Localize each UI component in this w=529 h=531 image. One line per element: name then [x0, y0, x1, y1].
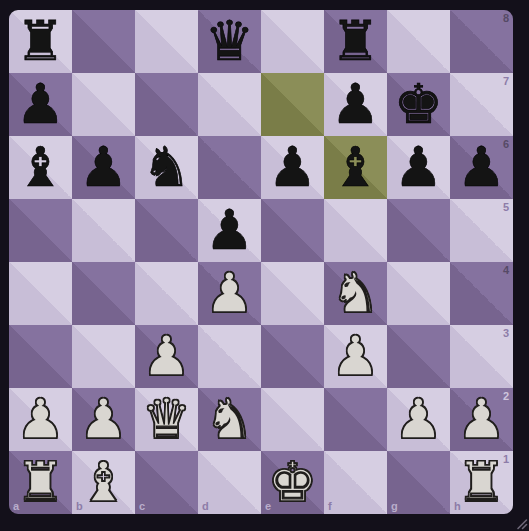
square-a1[interactable]: ♜a [9, 451, 72, 514]
file-label-a: a [13, 500, 19, 512]
square-h3[interactable]: 3 [450, 325, 513, 388]
rank-label-2: 2 [503, 390, 509, 402]
piece-black-bishop[interactable]: ♝ [324, 136, 387, 199]
square-e5[interactable] [261, 199, 324, 262]
square-b8[interactable] [72, 10, 135, 73]
square-f3[interactable]: ♟ [324, 325, 387, 388]
square-d6[interactable] [198, 136, 261, 199]
square-b1[interactable]: ♝b [72, 451, 135, 514]
rank-label-8: 8 [503, 12, 509, 24]
square-a4[interactable] [9, 262, 72, 325]
square-f5[interactable] [324, 199, 387, 262]
square-h1[interactable]: ♜1h [450, 451, 513, 514]
square-c6[interactable]: ♞ [135, 136, 198, 199]
square-e2[interactable] [261, 388, 324, 451]
piece-white-pawn[interactable]: ♟ [387, 388, 450, 451]
square-e7[interactable] [261, 73, 324, 136]
square-b4[interactable] [72, 262, 135, 325]
square-d7[interactable] [198, 73, 261, 136]
piece-black-queen[interactable]: ♛ [198, 10, 261, 73]
piece-white-knight[interactable]: ♞ [198, 388, 261, 451]
square-e4[interactable] [261, 262, 324, 325]
square-h8[interactable]: 8 [450, 10, 513, 73]
square-g8[interactable] [387, 10, 450, 73]
square-a2[interactable]: ♟ [9, 388, 72, 451]
piece-black-rook[interactable]: ♜ [9, 10, 72, 73]
rank-label-4: 4 [503, 264, 509, 276]
square-d1[interactable]: d [198, 451, 261, 514]
square-h4[interactable]: 4 [450, 262, 513, 325]
file-label-d: d [202, 500, 209, 512]
piece-black-pawn[interactable]: ♟ [387, 136, 450, 199]
square-a3[interactable] [9, 325, 72, 388]
square-a8[interactable]: ♜ [9, 10, 72, 73]
square-f2[interactable] [324, 388, 387, 451]
square-g5[interactable] [387, 199, 450, 262]
piece-black-rook[interactable]: ♜ [324, 10, 387, 73]
square-h2[interactable]: ♟2 [450, 388, 513, 451]
piece-black-knight[interactable]: ♞ [135, 136, 198, 199]
square-h7[interactable]: 7 [450, 73, 513, 136]
piece-white-pawn[interactable]: ♟ [72, 388, 135, 451]
square-g3[interactable] [387, 325, 450, 388]
piece-white-queen[interactable]: ♛ [135, 388, 198, 451]
piece-white-pawn[interactable]: ♟ [135, 325, 198, 388]
piece-white-pawn[interactable]: ♟ [324, 325, 387, 388]
piece-black-pawn[interactable]: ♟ [9, 73, 72, 136]
square-b3[interactable] [72, 325, 135, 388]
file-label-b: b [76, 500, 83, 512]
square-h6[interactable]: ♟6 [450, 136, 513, 199]
square-g4[interactable] [387, 262, 450, 325]
square-d4[interactable]: ♟ [198, 262, 261, 325]
square-e3[interactable] [261, 325, 324, 388]
square-f1[interactable]: f [324, 451, 387, 514]
file-label-e: e [265, 500, 271, 512]
rank-label-1: 1 [503, 453, 509, 465]
rank-label-5: 5 [503, 201, 509, 213]
square-g7[interactable]: ♚ [387, 73, 450, 136]
rank-label-7: 7 [503, 75, 509, 87]
square-c1[interactable]: c [135, 451, 198, 514]
square-b7[interactable] [72, 73, 135, 136]
square-c4[interactable] [135, 262, 198, 325]
piece-black-pawn[interactable]: ♟ [198, 199, 261, 262]
square-f7[interactable]: ♟ [324, 73, 387, 136]
square-e6[interactable]: ♟ [261, 136, 324, 199]
square-b5[interactable] [72, 199, 135, 262]
square-f8[interactable]: ♜ [324, 10, 387, 73]
square-g1[interactable]: g [387, 451, 450, 514]
square-e1[interactable]: ♚e [261, 451, 324, 514]
board-resize-handle[interactable] [514, 516, 528, 530]
piece-black-king[interactable]: ♚ [387, 73, 450, 136]
square-b2[interactable]: ♟ [72, 388, 135, 451]
square-e8[interactable] [261, 10, 324, 73]
square-a7[interactable]: ♟ [9, 73, 72, 136]
piece-black-pawn[interactable]: ♟ [261, 136, 324, 199]
square-c8[interactable] [135, 10, 198, 73]
piece-black-bishop[interactable]: ♝ [9, 136, 72, 199]
piece-black-pawn[interactable]: ♟ [324, 73, 387, 136]
square-b6[interactable]: ♟ [72, 136, 135, 199]
square-g6[interactable]: ♟ [387, 136, 450, 199]
rank-label-6: 6 [503, 138, 509, 150]
file-label-f: f [328, 500, 332, 512]
square-c3[interactable]: ♟ [135, 325, 198, 388]
square-c7[interactable] [135, 73, 198, 136]
square-g2[interactable]: ♟ [387, 388, 450, 451]
rank-label-3: 3 [503, 327, 509, 339]
piece-white-knight[interactable]: ♞ [324, 262, 387, 325]
file-label-h: h [454, 500, 461, 512]
file-label-c: c [139, 500, 145, 512]
square-d5[interactable]: ♟ [198, 199, 261, 262]
square-h5[interactable]: 5 [450, 199, 513, 262]
piece-white-pawn[interactable]: ♟ [9, 388, 72, 451]
square-d3[interactable] [198, 325, 261, 388]
piece-black-pawn[interactable]: ♟ [72, 136, 135, 199]
square-d8[interactable]: ♛ [198, 10, 261, 73]
square-c5[interactable] [135, 199, 198, 262]
square-a5[interactable] [9, 199, 72, 262]
square-d2[interactable]: ♞ [198, 388, 261, 451]
piece-white-pawn[interactable]: ♟ [198, 262, 261, 325]
square-f6[interactable]: ♝ [324, 136, 387, 199]
square-a6[interactable]: ♝ [9, 136, 72, 199]
square-f4[interactable]: ♞ [324, 262, 387, 325]
chess-board: ♜♛♜8♟♟♚7♝♟♞♟♝♟♟6♟5♟♞4♟♟3♟♟♛♞♟♟2♜a♝bcd♚ef… [9, 10, 513, 514]
square-c2[interactable]: ♛ [135, 388, 198, 451]
file-label-g: g [391, 500, 398, 512]
